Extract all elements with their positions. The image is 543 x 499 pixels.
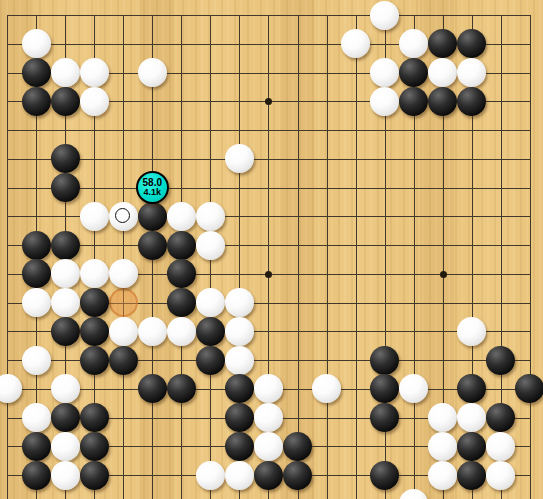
black-stone: ●: [254, 461, 283, 490]
white-stone: ○: [457, 58, 486, 87]
black-stone: ●: [167, 259, 196, 288]
white-stone: ○: [399, 374, 428, 403]
black-stone: ●: [370, 461, 399, 490]
black-stone: ●: [370, 374, 399, 403]
black-stone: ●: [138, 374, 167, 403]
white-stone: ○: [254, 403, 283, 432]
black-stone: ●: [196, 346, 225, 375]
black-stone: ●: [51, 317, 80, 346]
black-stone: ●: [457, 374, 486, 403]
black-stone: ●: [80, 432, 109, 461]
black-stone: ●: [22, 259, 51, 288]
black-stone: ●: [138, 231, 167, 260]
white-stone: ○: [457, 317, 486, 346]
black-stone: ●: [51, 87, 80, 116]
white-stone: ○: [254, 374, 283, 403]
white-stone: ○: [80, 259, 109, 288]
black-stone: ●: [457, 432, 486, 461]
white-stone: ○: [196, 231, 225, 260]
black-stone: ●: [399, 87, 428, 116]
white-stone: ○: [457, 403, 486, 432]
black-stone: ●: [80, 288, 109, 317]
black-stone: ●: [51, 173, 80, 202]
white-stone: ○: [399, 29, 428, 58]
star-point: [265, 271, 272, 278]
white-stone: ○: [167, 317, 196, 346]
black-stone: ●: [167, 288, 196, 317]
white-stone: ○: [51, 58, 80, 87]
grid-line-vertical-11: [327, 15, 328, 499]
black-stone: ●: [80, 403, 109, 432]
black-stone: ●: [457, 87, 486, 116]
white-stone: ○: [22, 288, 51, 317]
white-stone: ○: [80, 58, 109, 87]
white-stone: ○: [138, 317, 167, 346]
candidate-visits: 4.1k: [144, 188, 162, 197]
black-stone: ●: [225, 374, 254, 403]
grid-line-vertical-0: [7, 15, 8, 499]
white-stone: ○: [22, 29, 51, 58]
white-stone: ○: [370, 58, 399, 87]
black-stone: ●: [80, 346, 109, 375]
grid-line-horizontal-6: [7, 188, 531, 189]
goban[interactable]: ○○○○●●●○○○○●○○●●○○●●●●○●○○●○○●●●●○●○○○●○…: [0, 0, 543, 499]
white-stone: ○: [370, 87, 399, 116]
black-stone: ●: [80, 461, 109, 490]
white-stone: ○: [80, 87, 109, 116]
white-stone: ○: [428, 58, 457, 87]
white-stone: ○: [51, 374, 80, 403]
black-stone: ●: [22, 87, 51, 116]
white-stone: ○: [196, 288, 225, 317]
black-stone: ●: [138, 202, 167, 231]
black-stone: ●: [486, 346, 515, 375]
grid-line-vertical-18: [530, 15, 531, 499]
white-stone: ○: [51, 432, 80, 461]
white-stone: ○: [225, 317, 254, 346]
black-stone: ●: [428, 29, 457, 58]
white-stone: ○: [428, 432, 457, 461]
black-stone: ●: [51, 144, 80, 173]
black-stone: ●: [283, 461, 312, 490]
white-stone: ○: [341, 29, 370, 58]
white-stone: ○: [254, 432, 283, 461]
black-stone: ●: [167, 374, 196, 403]
white-stone: ○: [51, 461, 80, 490]
black-stone: ●: [51, 231, 80, 260]
black-stone: ●: [51, 403, 80, 432]
white-stone: ○: [80, 202, 109, 231]
white-stone: ○: [51, 288, 80, 317]
grid-line-horizontal-0: [7, 15, 531, 16]
white-stone: ○: [428, 461, 457, 490]
white-stone: ○: [312, 374, 341, 403]
white-stone: ○: [370, 1, 399, 30]
black-stone: ●: [22, 231, 51, 260]
white-stone: ○: [486, 461, 515, 490]
black-stone: ●: [370, 346, 399, 375]
black-stone: ●: [225, 432, 254, 461]
white-stone: ○: [138, 58, 167, 87]
grid-line-horizontal-5: [7, 159, 531, 160]
black-stone: ●: [370, 403, 399, 432]
black-stone: ●: [80, 317, 109, 346]
candidate-move-suggestion[interactable]: 58.0 4.1k: [136, 171, 169, 204]
white-stone: ○: [225, 346, 254, 375]
black-stone: ●: [457, 461, 486, 490]
black-stone: ●: [196, 317, 225, 346]
star-point: [265, 98, 272, 105]
ghost-stone-highlight[interactable]: [109, 288, 138, 317]
white-stone: ○: [225, 144, 254, 173]
grid-line-vertical-12: [356, 15, 357, 499]
white-stone: ○: [0, 374, 22, 403]
black-stone: ●: [22, 432, 51, 461]
white-stone: ○: [196, 202, 225, 231]
grid-line-horizontal-4: [7, 130, 531, 131]
white-stone: ○: [399, 489, 428, 499]
black-stone: ●: [22, 58, 51, 87]
white-stone: ○: [428, 403, 457, 432]
black-stone: ●: [22, 461, 51, 490]
black-stone: ●: [486, 403, 515, 432]
grid-line-vertical-10: [298, 15, 299, 499]
white-stone: ○: [51, 259, 80, 288]
black-stone: ●: [225, 403, 254, 432]
black-stone: ●: [457, 29, 486, 58]
white-stone: ○: [167, 202, 196, 231]
white-stone: ○: [109, 259, 138, 288]
black-stone: ●: [399, 58, 428, 87]
white-stone: ○: [196, 461, 225, 490]
white-stone: ○: [22, 346, 51, 375]
black-stone: ●: [109, 346, 138, 375]
black-stone: ●: [428, 87, 457, 116]
white-stone: ○: [109, 317, 138, 346]
star-point: [440, 271, 447, 278]
black-stone: ●: [167, 231, 196, 260]
white-stone: ○: [225, 461, 254, 490]
black-stone: ●: [283, 432, 312, 461]
black-stone: ●: [515, 374, 543, 403]
white-stone: ○: [225, 288, 254, 317]
white-stone: ○: [22, 403, 51, 432]
grid-line-horizontal-8: [7, 245, 531, 246]
white-stone: ○: [486, 432, 515, 461]
